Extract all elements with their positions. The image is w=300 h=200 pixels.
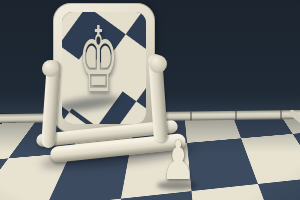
- chess-mirror-photo: ♚ ♟: [0, 0, 300, 200]
- white-pawn: ♟: [161, 134, 196, 188]
- mirror-right-pivot-knob: [149, 55, 167, 73]
- mirror-frame: ♚: [53, 3, 155, 133]
- white-king-reflection: ♚: [78, 15, 118, 105]
- mirror-glass: ♚: [62, 12, 146, 124]
- mirror-left-pivot-knob: [42, 60, 59, 77]
